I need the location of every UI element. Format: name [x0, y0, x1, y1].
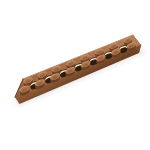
lego-plate-figure — [0, 0, 150, 150]
product-photo-canvas — [0, 0, 150, 150]
lego-technic-plate-photo — [0, 0, 150, 150]
